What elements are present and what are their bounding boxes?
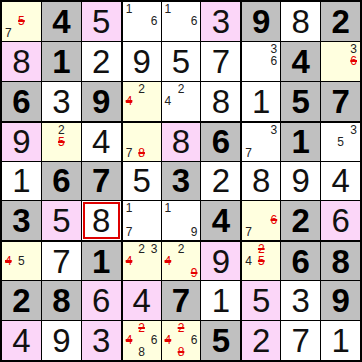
- candidate-3: 3: [271, 43, 278, 55]
- solved-digit: 3: [212, 5, 230, 38]
- cell-r9c6[interactable]: 5: [201, 321, 240, 360]
- cell-r4c8[interactable]: 1: [281, 122, 320, 161]
- given-digit: 4: [212, 204, 230, 237]
- cell-r1c6[interactable]: 3: [201, 2, 240, 41]
- cell-r8c9[interactable]: 9: [321, 281, 360, 320]
- solved-digit: 3: [291, 284, 309, 317]
- candidate-2: 2: [178, 83, 185, 95]
- pencil-marks: 57: [2, 2, 41, 41]
- candidate-7: 7: [126, 147, 133, 159]
- cell-r3c9[interactable]: 7: [321, 82, 360, 121]
- cell-r1c1[interactable]: 57: [2, 2, 41, 41]
- solved-digit: 9: [132, 45, 150, 78]
- given-digit: 6: [52, 164, 70, 197]
- cell-r5c4[interactable]: 5: [122, 162, 161, 201]
- pencil-marks: 234: [123, 242, 161, 280]
- cell-r6c7[interactable]: 67: [241, 201, 280, 240]
- solved-digit: 9: [12, 125, 30, 158]
- candidate-2-eliminated: 2: [258, 243, 265, 255]
- solved-digit: 3: [92, 324, 110, 357]
- solved-digit: 7: [52, 245, 70, 278]
- candidate-3: 3: [271, 124, 278, 136]
- cell-r3c4[interactable]: 24: [122, 82, 161, 121]
- solved-digit: 5: [252, 284, 270, 317]
- candidate-7: 7: [126, 226, 133, 238]
- cell-r3c7[interactable]: 1: [241, 82, 280, 121]
- pencil-marks: 2468: [123, 321, 161, 360]
- cell-r1c9[interactable]: 2: [321, 2, 360, 41]
- cell-r8c8[interactable]: 3: [281, 281, 320, 320]
- cell-r8c6[interactable]: 1: [201, 281, 240, 320]
- cell-r4c6[interactable]: 6: [201, 122, 240, 161]
- cell-r4c3[interactable]: 4: [82, 122, 121, 161]
- solved-digit: 2: [252, 324, 270, 357]
- given-digit: 3: [172, 164, 190, 197]
- cell-r8c4[interactable]: 4: [122, 281, 161, 320]
- cell-r6c3[interactable]: 8: [82, 201, 121, 240]
- candidate-6: 6: [151, 15, 158, 27]
- cell-r7c2[interactable]: 7: [42, 241, 81, 280]
- candidate-2: 2: [58, 124, 65, 136]
- cell-r9c8[interactable]: 7: [281, 321, 320, 360]
- candidate-2-eliminated: 2: [178, 322, 185, 334]
- candidate-2: 2: [138, 243, 145, 255]
- cell-r8c5[interactable]: 7: [162, 281, 201, 320]
- pencil-marks: 45: [2, 242, 41, 280]
- solved-digit: 5: [172, 45, 190, 78]
- solved-digit: 9: [291, 164, 309, 197]
- cell-r5c6[interactable]: 2: [201, 162, 240, 201]
- cell-r7c5[interactable]: 249: [162, 241, 201, 280]
- candidate-2-eliminated: 2: [138, 322, 145, 334]
- cell-r7c9[interactable]: 8: [321, 241, 360, 280]
- solved-digit: 8: [212, 85, 230, 118]
- pencil-marks: 24: [123, 82, 161, 121]
- cell-r2c5[interactable]: 5: [162, 42, 201, 81]
- cell-r4c1[interactable]: 9: [2, 122, 41, 161]
- solved-digit: 5: [52, 204, 70, 237]
- candidate-4: 4: [165, 95, 172, 107]
- candidate-2: 2: [178, 243, 185, 255]
- solved-digit: 6: [92, 284, 110, 317]
- given-digit: 1: [291, 125, 309, 158]
- candidate-7: 7: [245, 147, 252, 159]
- cell-r4c4[interactable]: 78: [122, 122, 161, 161]
- pencil-marks: 2468: [162, 321, 201, 360]
- cell-r5c7[interactable]: 8: [241, 162, 280, 201]
- candidate-8-eliminated: 8: [138, 147, 145, 159]
- candidate-8-eliminated: 8: [178, 346, 185, 358]
- pencil-marks: 19: [162, 201, 201, 240]
- cell-r6c2[interactable]: 5: [42, 201, 81, 240]
- given-digit: 1: [52, 45, 70, 78]
- cell-r7c1[interactable]: 45: [2, 241, 41, 280]
- cell-r5c2[interactable]: 6: [42, 162, 81, 201]
- cell-r1c4[interactable]: 16: [122, 2, 161, 41]
- pencil-marks: 249: [162, 242, 201, 280]
- cell-r6c5[interactable]: 19: [162, 201, 201, 240]
- cell-r3c1[interactable]: 6: [2, 82, 41, 121]
- pencil-marks: 16: [123, 2, 161, 41]
- candidate-5-eliminated: 5: [18, 15, 25, 27]
- given-digit: 5: [212, 324, 230, 357]
- solved-digit: 5: [132, 164, 150, 197]
- given-digit: 8: [52, 284, 70, 317]
- pencil-marks: 16: [162, 2, 201, 41]
- candidate-5: 5: [18, 255, 25, 267]
- pencil-marks: 67: [242, 201, 280, 240]
- given-digit: 9: [252, 5, 270, 38]
- candidate-2: 2: [138, 83, 145, 95]
- solved-digit: 8: [291, 5, 309, 38]
- candidate-7: 7: [245, 226, 252, 238]
- cell-r6c6[interactable]: 4: [201, 201, 240, 240]
- candidate-4-eliminated: 4: [165, 255, 172, 267]
- given-digit: 6: [212, 125, 230, 158]
- candidate-1: 1: [126, 202, 133, 214]
- given-digit: 7: [331, 85, 349, 118]
- given-digit: 9: [92, 85, 110, 118]
- cell-r5c8[interactable]: 9: [281, 162, 320, 201]
- candidate-3: 3: [151, 243, 158, 255]
- cell-r5c1[interactable]: 1: [2, 162, 41, 201]
- cell-r9c2[interactable]: 9: [42, 321, 81, 360]
- solved-digit: 1: [331, 324, 349, 357]
- sudoku-board: 5745161639828129573643663924248157925478…: [0, 0, 362, 362]
- pencil-marks: 78: [123, 123, 161, 161]
- cell-r6c8[interactable]: 2: [281, 201, 320, 240]
- cell-r4c9[interactable]: 35: [321, 122, 360, 161]
- solved-digit: 4: [12, 324, 30, 357]
- candidate-7: 7: [5, 27, 12, 39]
- cell-r4c7[interactable]: 37: [241, 122, 280, 161]
- given-digit: 2: [291, 204, 309, 237]
- candidate-3: 3: [350, 43, 357, 55]
- cell-r7c3[interactable]: 1: [82, 241, 121, 280]
- cell-r9c9[interactable]: 1: [321, 321, 360, 360]
- candidate-8: 8: [138, 346, 145, 358]
- cell-r8c7[interactable]: 5: [241, 281, 280, 320]
- candidate-6: 6: [191, 334, 198, 346]
- cell-r5c3[interactable]: 7: [82, 162, 121, 201]
- candidate-4-eliminated: 4: [165, 334, 172, 346]
- cell-r4c5[interactable]: 8: [162, 122, 201, 161]
- candidate-5-eliminated: 5: [258, 255, 265, 267]
- candidate-3: 3: [350, 124, 357, 136]
- given-digit: 3: [12, 204, 30, 237]
- given-digit: 9: [331, 284, 349, 317]
- solved-digit: 4: [92, 125, 110, 158]
- cell-r3c8[interactable]: 5: [281, 82, 320, 121]
- candidate-6: 6: [271, 55, 278, 67]
- given-digit: 5: [291, 85, 309, 118]
- cell-r1c8[interactable]: 8: [281, 2, 320, 41]
- solved-digit: 4: [331, 164, 349, 197]
- solved-digit: 6: [331, 204, 349, 237]
- cell-r4c2[interactable]: 25: [42, 122, 81, 161]
- given-digit: 8: [331, 245, 349, 278]
- candidate-9-eliminated: 9: [191, 267, 198, 279]
- cell-r3c6[interactable]: 8: [201, 82, 240, 121]
- cell-r7c7[interactable]: 245: [241, 241, 280, 280]
- pencil-marks: 35: [321, 123, 360, 161]
- cell-r5c5[interactable]: 3: [162, 162, 201, 201]
- solved-digit: 8: [92, 204, 110, 237]
- cell-r2c1[interactable]: 8: [2, 42, 41, 81]
- cell-r3c3[interactable]: 9: [82, 82, 121, 121]
- candidate-4-eliminated: 4: [126, 334, 133, 346]
- solved-digit: 8: [252, 164, 270, 197]
- solved-digit: 5: [92, 5, 110, 38]
- cell-r3c2[interactable]: 3: [42, 82, 81, 121]
- cell-r5c9[interactable]: 4: [321, 162, 360, 201]
- solved-digit: 1: [252, 85, 270, 118]
- candidate-4-eliminated: 4: [126, 255, 133, 267]
- candidate-4-eliminated: 4: [5, 255, 12, 267]
- solved-digit: 4: [132, 284, 150, 317]
- cell-r8c3[interactable]: 6: [82, 281, 121, 320]
- solved-digit: 7: [291, 324, 309, 357]
- candidate-9: 9: [191, 226, 198, 238]
- cell-r2c6[interactable]: 7: [201, 42, 240, 81]
- cell-r6c4[interactable]: 17: [122, 201, 161, 240]
- given-digit: 6: [291, 245, 309, 278]
- cell-r7c4[interactable]: 234: [122, 241, 161, 280]
- cell-r1c7[interactable]: 9: [241, 2, 280, 41]
- candidate-4: 4: [245, 255, 252, 267]
- given-digit: 1: [92, 245, 110, 278]
- candidate-6: 6: [151, 334, 158, 346]
- solved-digit: 2: [92, 45, 110, 78]
- given-digit: 4: [291, 45, 309, 78]
- given-digit: 2: [12, 284, 30, 317]
- pencil-marks: 37: [242, 123, 280, 161]
- given-digit: 2: [331, 5, 349, 38]
- cell-r6c1[interactable]: 3: [2, 201, 41, 240]
- solved-digit: 7: [212, 45, 230, 78]
- cell-r2c7[interactable]: 36: [241, 42, 280, 81]
- given-digit: 4: [52, 5, 70, 38]
- cell-r9c7[interactable]: 2: [241, 321, 280, 360]
- cell-r1c2[interactable]: 4: [42, 2, 81, 41]
- cell-r1c5[interactable]: 16: [162, 2, 201, 41]
- pencil-marks: 25: [42, 123, 81, 161]
- candidate-4-eliminated: 4: [126, 95, 133, 107]
- solved-digit: 9: [52, 324, 70, 357]
- cell-r2c4[interactable]: 9: [122, 42, 161, 81]
- given-digit: 7: [172, 284, 190, 317]
- candidate-1: 1: [165, 3, 172, 15]
- cell-r2c9[interactable]: 36: [321, 42, 360, 81]
- cell-r3c5[interactable]: 24: [162, 82, 201, 121]
- solved-digit: 9: [212, 245, 230, 278]
- candidate-6-eliminated: 6: [350, 55, 357, 67]
- cell-r7c6[interactable]: 9: [201, 241, 240, 280]
- cell-r2c8[interactable]: 4: [281, 42, 320, 81]
- candidate-5: 5: [337, 136, 344, 148]
- cell-r9c5[interactable]: 2468: [162, 321, 201, 360]
- solved-digit: 8: [172, 125, 190, 158]
- cell-r2c3[interactable]: 2: [82, 42, 121, 81]
- candidate-1: 1: [165, 202, 172, 214]
- cell-r9c3[interactable]: 3: [82, 321, 121, 360]
- given-digit: 6: [12, 85, 30, 118]
- candidate-6-eliminated: 6: [271, 214, 278, 226]
- cell-r8c2[interactable]: 8: [42, 281, 81, 320]
- pencil-marks: 24: [162, 82, 201, 121]
- cell-r1c3[interactable]: 5: [82, 2, 121, 41]
- solved-digit: 1: [212, 284, 230, 317]
- solved-digit: 8: [12, 45, 30, 78]
- candidate-1: 1: [126, 3, 133, 15]
- cell-r9c4[interactable]: 2468: [122, 321, 161, 360]
- pencil-marks: 36: [242, 42, 280, 81]
- solved-digit: 3: [52, 85, 70, 118]
- solved-digit: 2: [212, 164, 230, 197]
- pencil-marks: 245: [242, 242, 280, 280]
- cell-r7c8[interactable]: 6: [281, 241, 320, 280]
- cell-r8c1[interactable]: 2: [2, 281, 41, 320]
- candidate-5-eliminated: 5: [58, 136, 65, 148]
- cell-r9c1[interactable]: 4: [2, 321, 41, 360]
- cell-r2c2[interactable]: 1: [42, 42, 81, 81]
- pencil-marks: 36: [321, 42, 360, 81]
- pencil-marks: 17: [123, 201, 161, 240]
- given-digit: 7: [92, 164, 110, 197]
- candidate-6: 6: [191, 15, 198, 27]
- solved-digit: 1: [12, 164, 30, 197]
- cell-r6c9[interactable]: 6: [321, 201, 360, 240]
